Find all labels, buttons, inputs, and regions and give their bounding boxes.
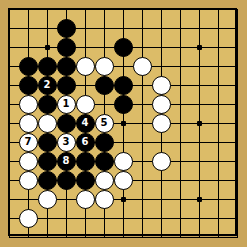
hoshi-point xyxy=(197,45,202,50)
black-stone xyxy=(57,38,76,57)
white-stone xyxy=(38,114,57,133)
move-number: 2 xyxy=(44,80,51,90)
white-stone xyxy=(19,171,38,190)
move-number: 7 xyxy=(25,137,32,147)
black-stone xyxy=(57,76,76,95)
hoshi-point xyxy=(197,197,202,202)
white-stone xyxy=(152,76,171,95)
move-number: 6 xyxy=(82,137,89,147)
black-stone xyxy=(95,76,114,95)
hoshi-point xyxy=(45,45,50,50)
move-number: 4 xyxy=(82,118,89,128)
black-stone xyxy=(114,95,133,114)
black-stone xyxy=(19,76,38,95)
black-stone xyxy=(114,76,133,95)
white-stone xyxy=(19,114,38,133)
white-stone: 7 xyxy=(19,133,38,152)
move-number: 5 xyxy=(101,118,108,128)
white-stone xyxy=(114,171,133,190)
white-stone xyxy=(38,190,57,209)
grid-line-vertical xyxy=(218,9,219,238)
move-number: 1 xyxy=(63,99,70,109)
white-stone xyxy=(133,57,152,76)
black-stone xyxy=(95,133,114,152)
white-stone: 5 xyxy=(95,114,114,133)
white-stone xyxy=(152,152,171,171)
white-stone xyxy=(76,95,95,114)
black-stone xyxy=(76,171,95,190)
hoshi-point xyxy=(197,121,202,126)
black-stone: 6 xyxy=(76,133,95,152)
black-stone xyxy=(57,19,76,38)
black-stone xyxy=(95,152,114,171)
black-stone: 4 xyxy=(76,114,95,133)
move-number: 8 xyxy=(63,156,70,166)
black-stone xyxy=(19,57,38,76)
black-stone xyxy=(114,38,133,57)
black-stone xyxy=(38,152,57,171)
white-stone xyxy=(95,190,114,209)
black-stone xyxy=(38,95,57,114)
white-stone xyxy=(152,95,171,114)
white-stone: 1 xyxy=(57,95,76,114)
white-stone: 3 xyxy=(57,133,76,152)
grid-line-horizontal xyxy=(9,237,238,238)
grid-line-vertical xyxy=(142,9,143,238)
white-stone xyxy=(19,209,38,228)
white-stone xyxy=(19,152,38,171)
white-stone xyxy=(114,152,133,171)
black-stone xyxy=(38,57,57,76)
grid-line-vertical xyxy=(180,9,181,238)
black-stone xyxy=(76,152,95,171)
hoshi-point xyxy=(121,121,126,126)
move-number: 3 xyxy=(63,137,70,147)
black-stone xyxy=(57,57,76,76)
black-stone: 8 xyxy=(57,152,76,171)
white-stone xyxy=(95,57,114,76)
white-stone xyxy=(76,190,95,209)
white-stone xyxy=(19,95,38,114)
white-stone xyxy=(95,171,114,190)
black-stone xyxy=(57,114,76,133)
go-board[interactable]: 21457368 xyxy=(8,8,237,236)
grid-line-vertical xyxy=(237,9,238,238)
black-stone xyxy=(38,171,57,190)
grid-line-horizontal xyxy=(9,218,238,219)
black-stone: 2 xyxy=(38,76,57,95)
white-stone xyxy=(152,114,171,133)
black-stone xyxy=(57,171,76,190)
black-stone xyxy=(38,133,57,152)
hoshi-point xyxy=(121,197,126,202)
white-stone xyxy=(76,57,95,76)
go-diagram: 21457368 xyxy=(0,0,247,247)
